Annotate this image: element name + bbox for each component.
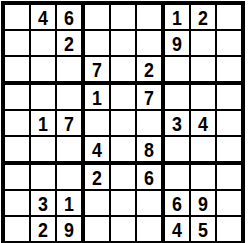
cell-r1c8: 2 (191, 5, 217, 31)
cell-r5c8: 4 (191, 111, 217, 137)
cell-r1c2: 4 (31, 5, 57, 31)
cell-r4c9 (217, 85, 241, 111)
cell-r5c4 (85, 111, 111, 137)
cell-r9c3: 9 (57, 217, 85, 241)
cell-r6c9 (217, 137, 241, 165)
given-digit: 1 (38, 112, 48, 134)
sudoku-board: 46122972171734482631692945 (1, 1, 245, 243)
given-digit: 6 (172, 192, 182, 214)
cell-r4c2 (31, 85, 57, 111)
given-digit: 2 (144, 58, 154, 80)
cell-r5c1 (5, 111, 31, 137)
cell-r9c4 (85, 217, 111, 241)
given-digit: 9 (172, 32, 182, 54)
cell-r9c7: 4 (165, 217, 191, 241)
cell-r7c2 (31, 165, 57, 191)
cell-r1c3: 6 (57, 5, 85, 31)
given-digit: 7 (144, 86, 154, 108)
cell-r5c2: 1 (31, 111, 57, 137)
given-digit: 4 (172, 218, 182, 240)
cell-r8c8: 9 (191, 191, 217, 217)
cell-r3c8 (191, 57, 217, 85)
given-digit: 3 (38, 192, 48, 214)
cell-r6c2 (31, 137, 57, 165)
cell-r1c4 (85, 5, 111, 31)
cell-r9c5 (111, 217, 137, 241)
cell-r4c1 (5, 85, 31, 111)
cell-r2c5 (111, 31, 137, 57)
cell-r6c8 (191, 137, 217, 165)
given-digit: 1 (64, 192, 74, 214)
given-digit: 7 (92, 58, 102, 80)
cell-r4c6: 7 (137, 85, 165, 111)
cell-r1c9 (217, 5, 241, 31)
cell-r3c4: 7 (85, 57, 111, 85)
cell-r2c3: 2 (57, 31, 85, 57)
given-digit: 3 (172, 112, 182, 134)
cell-r4c5 (111, 85, 137, 111)
cell-r2c1 (5, 31, 31, 57)
cell-r7c7 (165, 165, 191, 191)
cell-r5c9 (217, 111, 241, 137)
cell-r6c6: 8 (137, 137, 165, 165)
given-digit: 9 (64, 218, 74, 240)
cell-r1c6 (137, 5, 165, 31)
given-digit: 6 (144, 166, 154, 188)
cell-r9c8: 5 (191, 217, 217, 241)
cell-r9c6 (137, 217, 165, 241)
cell-r7c5 (111, 165, 137, 191)
cell-r3c3 (57, 57, 85, 85)
cell-r6c5 (111, 137, 137, 165)
cell-r7c1 (5, 165, 31, 191)
given-digit: 2 (198, 6, 208, 28)
given-digit: 2 (92, 166, 102, 188)
cell-r6c3 (57, 137, 85, 165)
cell-r1c7: 1 (165, 5, 191, 31)
cell-r2c2 (31, 31, 57, 57)
cell-r8c5 (111, 191, 137, 217)
cell-r1c1 (5, 5, 31, 31)
cell-r3c1 (5, 57, 31, 85)
cell-r4c3 (57, 85, 85, 111)
cell-r7c6: 6 (137, 165, 165, 191)
cell-r2c9 (217, 31, 241, 57)
given-digit: 5 (198, 218, 208, 240)
cell-r2c6 (137, 31, 165, 57)
cell-r9c1 (5, 217, 31, 241)
cell-r8c7: 6 (165, 191, 191, 217)
cell-r9c2: 2 (31, 217, 57, 241)
given-digit: 2 (64, 32, 74, 54)
given-digit: 7 (64, 112, 74, 134)
cell-r4c4: 1 (85, 85, 111, 111)
cell-r2c8 (191, 31, 217, 57)
cell-r3c2 (31, 57, 57, 85)
given-digit: 1 (172, 6, 182, 28)
cell-r6c7 (165, 137, 191, 165)
cell-r5c6 (137, 111, 165, 137)
cell-r2c7: 9 (165, 31, 191, 57)
cell-r3c5 (111, 57, 137, 85)
cell-r8c9 (217, 191, 241, 217)
cell-r3c7 (165, 57, 191, 85)
cell-r8c4 (85, 191, 111, 217)
given-digit: 9 (198, 192, 208, 214)
given-digit: 8 (144, 138, 154, 160)
given-digit: 4 (38, 6, 48, 28)
sudoku-diagram: 46122972171734482631692945 (0, 0, 252, 243)
given-digit: 4 (198, 112, 208, 134)
cell-r8c6 (137, 191, 165, 217)
cell-r4c8 (191, 85, 217, 111)
cell-r5c3: 7 (57, 111, 85, 137)
cell-r4c7 (165, 85, 191, 111)
cell-r7c4: 2 (85, 165, 111, 191)
cell-r3c6: 2 (137, 57, 165, 85)
cell-r6c4: 4 (85, 137, 111, 165)
cell-r3c9 (217, 57, 241, 85)
cell-r8c2: 3 (31, 191, 57, 217)
cell-r7c9 (217, 165, 241, 191)
given-digit: 2 (38, 218, 48, 240)
cell-r8c3: 1 (57, 191, 85, 217)
cell-r2c4 (85, 31, 111, 57)
cell-r9c9 (217, 217, 241, 241)
given-digit: 4 (92, 138, 102, 160)
cell-r7c3 (57, 165, 85, 191)
cell-r8c1 (5, 191, 31, 217)
cell-r6c1 (5, 137, 31, 165)
given-digit: 1 (92, 86, 102, 108)
cell-r5c7: 3 (165, 111, 191, 137)
cell-r1c5 (111, 5, 137, 31)
given-digit: 6 (64, 6, 74, 28)
cell-r5c5 (111, 111, 137, 137)
cell-r7c8 (191, 165, 217, 191)
